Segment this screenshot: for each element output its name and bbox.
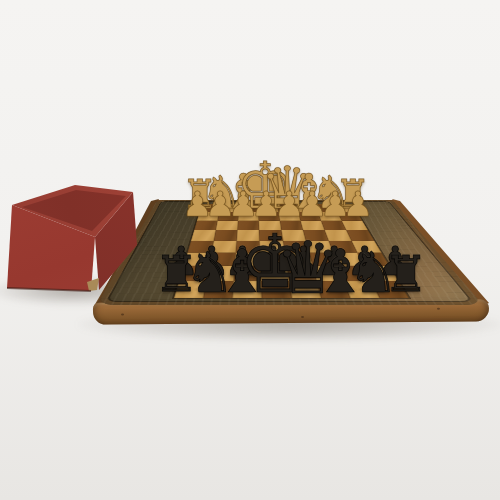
square (259, 212, 280, 221)
square (238, 221, 260, 231)
square (357, 253, 389, 266)
square (238, 212, 259, 221)
square (261, 281, 291, 298)
checkerboard (174, 204, 409, 298)
square (216, 221, 238, 231)
square (212, 241, 237, 253)
square (277, 204, 298, 212)
square (235, 253, 261, 266)
square (260, 241, 285, 253)
square (219, 204, 239, 212)
rail-mark (301, 316, 304, 318)
square (278, 212, 300, 221)
square (287, 266, 317, 281)
rail-mark (121, 313, 124, 315)
square (236, 241, 260, 253)
square (346, 230, 374, 241)
square (341, 221, 367, 231)
square (207, 266, 235, 281)
square (234, 266, 261, 281)
square (260, 253, 286, 266)
square (259, 230, 282, 241)
square (281, 230, 306, 241)
chess-set-photo: ♜♞♝♚♛♝♞♜♟♟♟♟♟♟♟♟♟♟♟♟♟♟♟♟♜♞♝♚♛♝♞♜ (0, 0, 500, 500)
square (184, 253, 212, 266)
square (280, 221, 303, 231)
square (214, 230, 238, 241)
square (284, 253, 312, 266)
square (179, 266, 209, 281)
square (283, 241, 309, 253)
square (259, 221, 281, 231)
square (194, 221, 217, 231)
square (239, 204, 259, 212)
square (209, 253, 236, 266)
square (188, 241, 214, 253)
square (337, 212, 362, 221)
square (191, 230, 216, 241)
square (351, 241, 381, 253)
square (333, 204, 357, 212)
square (258, 204, 278, 212)
square (218, 212, 239, 221)
square (233, 281, 262, 298)
square (203, 281, 234, 298)
chess-board (97, 200, 483, 305)
square (200, 204, 221, 212)
rail-mark (437, 308, 440, 310)
square (261, 266, 289, 281)
square (174, 281, 206, 298)
square (237, 230, 260, 241)
square (197, 212, 219, 221)
